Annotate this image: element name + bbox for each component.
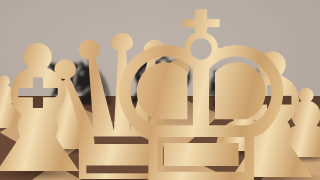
white-king: ♚ <box>96 0 307 180</box>
chess-photo: ♜♞♝♚♞♜♟♟♝♛♚♟♝♟ <box>0 0 320 180</box>
